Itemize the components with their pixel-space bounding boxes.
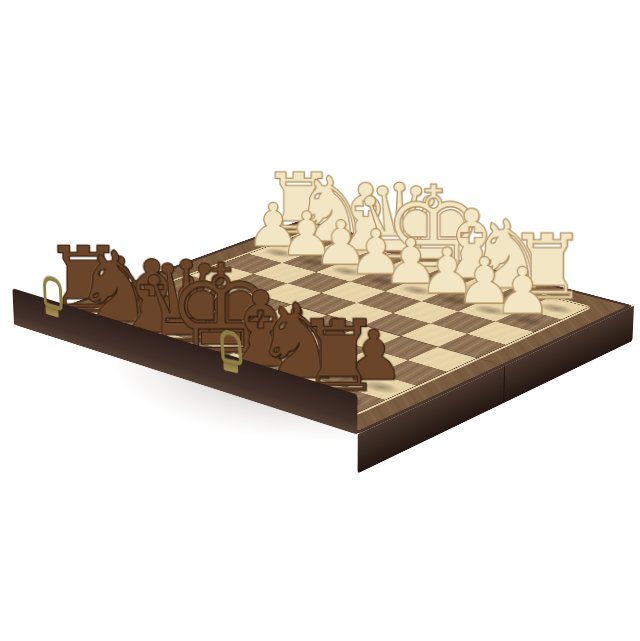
square-h3 [467,321,534,344]
white-pawn-h2: ♟ [493,259,551,324]
square-h4 [438,334,506,358]
product-photo-scene: ♜♞♝♛♚♝♞♜♟♟♟♟♟♟♟♟♟♟♟♟♟♟♟♟♜♞♝♛♚♝♞♜ [0,0,640,641]
chess-board: ♜♞♝♛♚♝♞♜♟♟♟♟♟♟♟♟♟♟♟♟♟♟♟♟♜♞♝♛♚♝♞♜ [14,220,634,435]
fold-seam-edge [503,366,505,404]
square-h5 [408,347,477,372]
brass-latch-icon [43,275,60,319]
brass-latch-icon [220,329,241,374]
square-g4 [400,323,467,346]
